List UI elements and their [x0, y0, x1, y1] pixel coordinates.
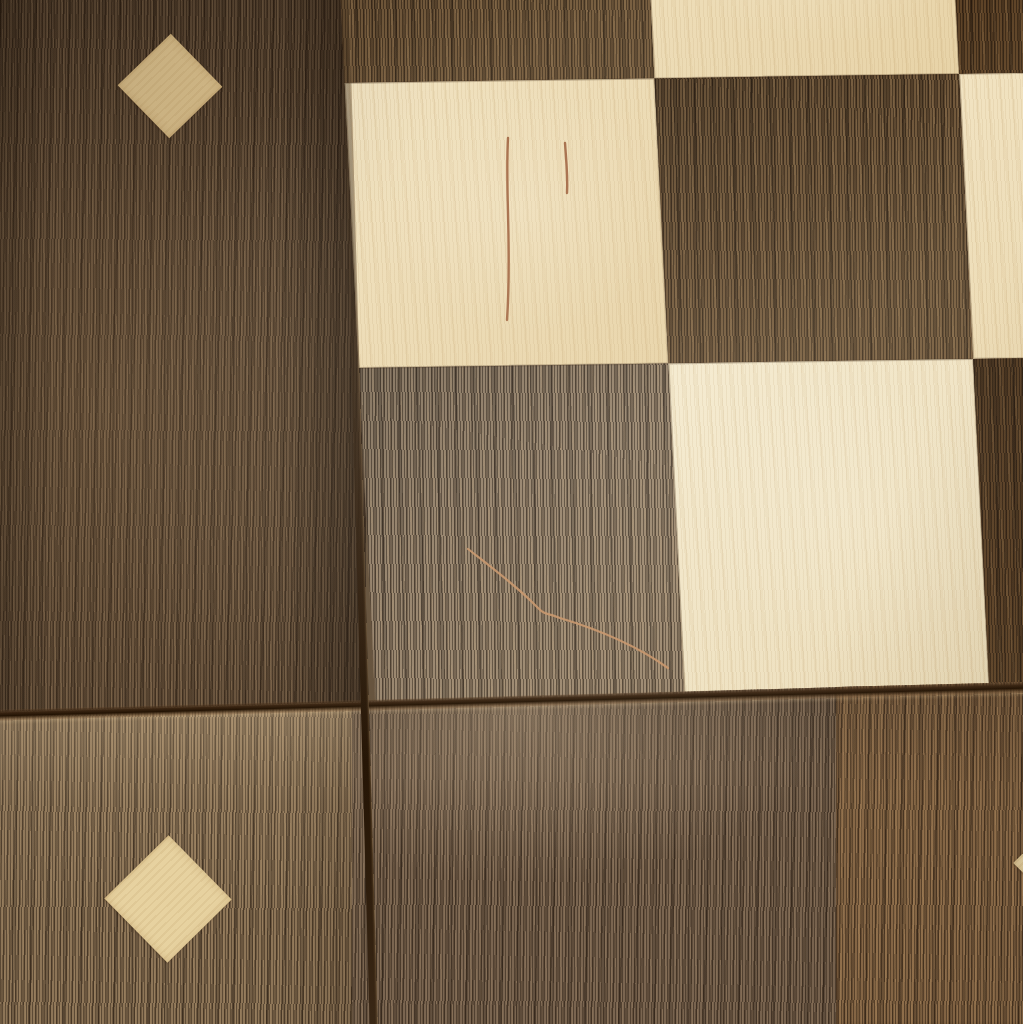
square-b3[interactable] [642, 0, 959, 78]
chessboard-photo [0, 0, 1023, 1024]
square-a1[interactable] [359, 363, 685, 708]
square-b2[interactable] [654, 74, 973, 364]
square-c3[interactable] [947, 0, 1023, 74]
board-frame-bottom-right [836, 666, 1023, 1024]
playing-field [332, 0, 1023, 708]
board-frame-bottom [352, 666, 872, 1024]
square-a2[interactable] [345, 78, 669, 368]
square-b1[interactable] [668, 359, 989, 704]
square-a3[interactable] [332, 0, 654, 83]
board-frame-left-lower [0, 668, 402, 1024]
